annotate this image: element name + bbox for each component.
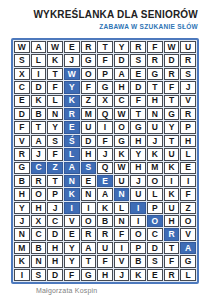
grid-cell[interactable]: V (14, 135, 30, 147)
grid-cell[interactable]: B (130, 255, 146, 267)
grid-cell[interactable]: F (97, 135, 113, 147)
grid-cell[interactable]: X (97, 95, 113, 107)
grid-cell[interactable]: R (164, 269, 180, 281)
grid-cell[interactable]: W (47, 41, 63, 53)
grid-cell[interactable]: K (164, 188, 180, 200)
grid-cell[interactable]: G (130, 121, 146, 133)
grid-cell[interactable]: B (14, 175, 30, 187)
grid-cell[interactable]: R (64, 108, 80, 120)
grid-cell[interactable]: T (164, 242, 180, 254)
grid-cell[interactable]: C (114, 95, 130, 107)
grid-cell[interactable]: K (114, 148, 130, 160)
grid-cell[interactable]: M (81, 108, 97, 120)
grid-cell[interactable]: F (97, 54, 113, 66)
grid-cell[interactable]: I (164, 175, 180, 187)
grid-cell[interactable]: F (180, 188, 196, 200)
grid-cell[interactable]: O (81, 215, 97, 227)
grid-cell[interactable]: H (14, 188, 30, 200)
grid-cell[interactable]: W (14, 41, 30, 53)
grid-cell[interactable]: Y (164, 121, 180, 133)
grid-cell[interactable]: Ś (64, 135, 80, 147)
grid-cell[interactable]: C (14, 81, 30, 93)
grid-cell[interactable]: Y (64, 255, 80, 267)
grid-cell[interactable]: X (31, 215, 47, 227)
grid-cell[interactable]: I (114, 242, 130, 254)
grid-cell[interactable]: Y (130, 148, 146, 160)
grid-cell[interactable]: S (31, 269, 47, 281)
grid-cell[interactable]: A (97, 188, 113, 200)
grid-cell[interactable]: X (14, 68, 30, 80)
grid-cell[interactable]: U (164, 148, 180, 160)
grid-cell[interactable]: Y (64, 81, 80, 93)
grid-cell[interactable]: N (147, 108, 163, 120)
grid-cell[interactable]: F (81, 81, 97, 93)
grid-cell[interactable]: K (97, 202, 113, 214)
page-title: WYKREŚLANKA DLA SENIORÓW (33, 9, 198, 20)
grid-cell[interactable]: G (81, 269, 97, 281)
grid-cell[interactable]: I (64, 202, 80, 214)
grid-cell[interactable]: F (97, 255, 113, 267)
grid-cell[interactable]: K (64, 188, 80, 200)
grid-cell[interactable]: F (164, 81, 180, 93)
grid-cell[interactable]: J (14, 215, 30, 227)
grid-cell[interactable]: O (180, 215, 196, 227)
grid-cell[interactable]: U (97, 242, 113, 254)
grid-cell[interactable]: C (31, 228, 47, 240)
grid-cell[interactable]: Q (97, 108, 113, 120)
grid-cell[interactable]: O (81, 68, 97, 80)
grid-cell[interactable]: H (130, 162, 146, 174)
grid-cell[interactable]: G (164, 108, 180, 120)
grid-cell[interactable]: T (147, 81, 163, 93)
grid-cell[interactable]: O (130, 228, 146, 240)
grid-cell[interactable]: H (180, 135, 196, 147)
grid-cell[interactable]: Z (47, 162, 63, 174)
grid-cell[interactable]: D (47, 269, 63, 281)
grid-cell[interactable]: D (130, 81, 146, 93)
grid-cell[interactable]: W (164, 41, 180, 53)
grid-cell[interactable]: J (147, 135, 163, 147)
grid-cell[interactable]: L (180, 148, 196, 160)
grid-cell[interactable]: B (31, 242, 47, 254)
grid-cell[interactable]: G (81, 54, 97, 66)
grid-cell[interactable]: F (47, 81, 63, 93)
grid-cell[interactable]: A (64, 162, 80, 174)
grid-cell[interactable]: K (130, 269, 146, 281)
grid-cell[interactable]: J (97, 148, 113, 160)
grid-cell[interactable]: E (180, 162, 196, 174)
grid-cell[interactable]: K (164, 162, 180, 174)
grid-cell[interactable]: Y (114, 41, 130, 53)
grid-cell[interactable]: P (147, 202, 163, 214)
grid-cell[interactable]: G (97, 81, 113, 93)
grid-cell[interactable]: O (31, 188, 47, 200)
grid-cell[interactable]: J (180, 81, 196, 93)
grid-cell[interactable]: H (31, 202, 47, 214)
grid-cell[interactable]: S (180, 68, 196, 80)
grid-cell[interactable]: U (147, 121, 163, 133)
grid-cell[interactable]: P (180, 121, 196, 133)
page-subtitle: ZABAWA W SZUKANIE SŁÓW (33, 23, 198, 30)
grid-cell[interactable]: V (114, 255, 130, 267)
grid-cell[interactable]: V (64, 215, 80, 227)
grid-cell[interactable]: I (97, 121, 113, 133)
grid-cell[interactable]: E (64, 121, 80, 133)
grid-cell[interactable]: H (164, 215, 180, 227)
grid-cell[interactable]: U (164, 202, 180, 214)
grid-cell[interactable]: B (97, 215, 113, 227)
grid-cell[interactable]: O (147, 215, 163, 227)
grid-cell[interactable]: H (114, 81, 130, 93)
grid-cell[interactable]: L (180, 269, 196, 281)
board-frame: WAWERTYRFWUSLKJGFDSRDRXITWOPAEGRSCDFYFGH… (11, 38, 199, 284)
grid-cell[interactable]: W (114, 162, 130, 174)
grid-cell[interactable]: G (114, 135, 130, 147)
grid-cell[interactable]: H (47, 255, 63, 267)
grid-cell[interactable]: K (47, 54, 63, 66)
grid-cell[interactable]: T (31, 121, 47, 133)
grid-cell[interactable]: K (64, 95, 80, 107)
grid-cell[interactable]: G (147, 68, 163, 80)
grid-cell[interactable]: N (114, 188, 130, 200)
grid-cell[interactable]: D (164, 54, 180, 66)
grid-cell[interactable]: J (64, 54, 80, 66)
grid-cell[interactable]: R (147, 54, 163, 66)
grid-cell[interactable]: U (180, 41, 196, 53)
grid-cell[interactable]: N (114, 215, 130, 227)
grid-cell[interactable]: E (81, 175, 97, 187)
grid-cell[interactable]: U (81, 121, 97, 133)
grid-cell[interactable]: D (114, 54, 130, 66)
grid-cell[interactable]: T (47, 175, 63, 187)
grid-cell[interactable]: Y (47, 121, 63, 133)
grid-cell[interactable]: T (47, 68, 63, 80)
grid-cell[interactable]: S (14, 54, 30, 66)
grid-cell[interactable]: M (147, 162, 163, 174)
grid-cell[interactable]: A (31, 135, 47, 147)
grid-cell[interactable]: J (130, 175, 146, 187)
grid-cell[interactable]: N (14, 228, 30, 240)
grid-cell[interactable]: F (130, 95, 146, 107)
grid-cell[interactable]: L (31, 54, 47, 66)
grid-cell[interactable]: V (180, 95, 196, 107)
grid-cell[interactable]: I (14, 269, 30, 281)
grid-cell[interactable]: C (31, 162, 47, 174)
grid-cell[interactable]: J (31, 148, 47, 160)
grid-cell[interactable]: I (81, 202, 97, 214)
grid-cell[interactable]: H (130, 135, 146, 147)
grid-cell[interactable]: H (97, 269, 113, 281)
grid-cell[interactable]: C (47, 215, 63, 227)
grid-cell[interactable]: H (47, 242, 63, 254)
grid-cell[interactable]: R (180, 54, 196, 66)
grid-cell[interactable]: Y (64, 242, 80, 254)
grid-cell[interactable]: R (81, 41, 97, 53)
grid-cell[interactable]: I (31, 68, 47, 80)
grid-cell[interactable]: O (147, 175, 163, 187)
grid-cell[interactable]: B (31, 108, 47, 120)
grid-cell[interactable]: A (81, 242, 97, 254)
grid-cell[interactable]: S (81, 162, 97, 174)
grid-cell[interactable]: E (14, 95, 30, 107)
grid-cell[interactable]: Q (97, 162, 113, 174)
grid-cell[interactable]: F (147, 41, 163, 53)
grid-cell[interactable]: P (130, 242, 146, 254)
grid-cell[interactable]: A (180, 242, 196, 254)
grid-cell[interactable]: N (47, 108, 63, 120)
grid-cell[interactable]: L (114, 202, 130, 214)
grid-cell[interactable]: N (81, 188, 97, 200)
grid-cell[interactable]: W (114, 108, 130, 120)
grid-cell[interactable]: H (81, 148, 97, 160)
grid-cell[interactable]: E (64, 228, 80, 240)
grid-cell[interactable]: P (97, 68, 113, 80)
grid-cell[interactable]: N (31, 255, 47, 267)
grid-cell[interactable]: E (97, 175, 113, 187)
grid-cell[interactable]: R (164, 228, 180, 240)
grid-cell[interactable]: Z (180, 202, 196, 214)
grid-cell[interactable]: K (31, 95, 47, 107)
grid-cell[interactable]: E (147, 269, 163, 281)
grid-cell[interactable]: T (164, 95, 180, 107)
grid-cell[interactable]: G (180, 255, 196, 267)
grid-cell[interactable]: J (114, 269, 130, 281)
grid-cell[interactable]: T (130, 108, 146, 120)
grid-cell[interactable]: K (14, 255, 30, 267)
grid-cell[interactable]: U (130, 188, 146, 200)
grid-cell[interactable]: J (47, 202, 63, 214)
grid-cell[interactable]: R (14, 148, 30, 160)
grid-cell[interactable]: M (14, 242, 30, 254)
grid-cell[interactable]: L (47, 95, 63, 107)
grid-cell[interactable]: S (47, 135, 63, 147)
grid-cell[interactable]: F (164, 255, 180, 267)
grid-cell[interactable]: I (130, 202, 146, 214)
grid-cell[interactable]: S (147, 255, 163, 267)
grid-cell[interactable]: E (64, 41, 80, 53)
grid-cell[interactable]: F (114, 228, 130, 240)
grid-cell[interactable]: D (14, 108, 30, 120)
grid-cell[interactable]: R (81, 228, 97, 240)
grid-cell[interactable]: F (47, 148, 63, 160)
grid-cell[interactable]: S (130, 54, 146, 66)
author-credit: Małgorzata Kospin (36, 287, 97, 294)
grid-cell[interactable]: L (147, 188, 163, 200)
grid-cell[interactable]: I (130, 215, 146, 227)
grid-cell[interactable]: P (47, 188, 63, 200)
grid-cell[interactable]: R (31, 175, 47, 187)
grid-cell[interactable]: Y (14, 202, 30, 214)
grid-cell[interactable]: L (64, 148, 80, 160)
grid-cell[interactable]: A (114, 68, 130, 80)
grid-cell[interactable]: I (180, 175, 196, 187)
grid-cell[interactable]: R (97, 228, 113, 240)
grid-cell[interactable]: K (147, 148, 163, 160)
header: WYKREŚLANKA DLA SENIORÓW ZABAWA W SZUKAN… (33, 9, 198, 30)
grid-cell[interactable]: T (164, 135, 180, 147)
grid-cell[interactable]: R (180, 108, 196, 120)
grid-cell[interactable]: R (164, 68, 180, 80)
grid-cell[interactable]: A (31, 41, 47, 53)
grid-cell[interactable]: D (47, 228, 63, 240)
grid-cell[interactable]: H (147, 95, 163, 107)
grid-cell[interactable]: T (97, 41, 113, 53)
grid-cell[interactable]: Z (81, 95, 97, 107)
grid-cell[interactable]: D (81, 135, 97, 147)
grid-cell[interactable]: F (14, 121, 30, 133)
grid-cell[interactable]: C (147, 228, 163, 240)
grid-cell[interactable]: E (130, 68, 146, 80)
grid-cell[interactable]: U (114, 175, 130, 187)
grid-cell[interactable]: O (114, 121, 130, 133)
grid-cell[interactable]: T (81, 255, 97, 267)
grid-cell[interactable]: R (130, 41, 146, 53)
grid-cell[interactable]: N (64, 175, 80, 187)
grid-cell[interactable]: W (64, 68, 80, 80)
grid-cell[interactable]: G (14, 162, 30, 174)
grid-cell[interactable]: F (64, 269, 80, 281)
grid-cell[interactable]: V (180, 228, 196, 240)
grid-cell[interactable]: D (147, 242, 163, 254)
wordsearch-grid: WAWERTYRFWUSLKJGFDSRDRXITWOPAEGRSCDFYFGH… (14, 41, 196, 281)
puzzle-page: WYKREŚLANKA DLA SENIORÓW ZABAWA W SZUKAN… (0, 0, 211, 300)
grid-cell[interactable]: D (31, 81, 47, 93)
